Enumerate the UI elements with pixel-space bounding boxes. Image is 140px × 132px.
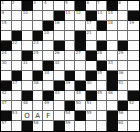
white-cell[interactable] — [43, 51, 54, 61]
black-cell — [128, 91, 139, 101]
white-cell[interactable]: 21 — [86, 31, 97, 41]
clue-number: 39 — [65, 81, 70, 85]
clue-number: 10 — [23, 11, 28, 15]
black-cell — [118, 101, 129, 111]
clue-number: 45 — [97, 91, 102, 95]
white-cell[interactable] — [97, 31, 108, 41]
black-cell — [1, 41, 12, 51]
white-cell[interactable] — [86, 61, 97, 71]
white-cell[interactable]: 39 — [65, 81, 76, 91]
white-cell[interactable] — [1, 31, 12, 41]
white-cell[interactable]: 36 — [118, 71, 129, 81]
white-cell[interactable] — [54, 31, 65, 41]
white-cell[interactable]: 57 — [1, 121, 12, 131]
black-cell — [22, 121, 33, 131]
white-cell[interactable]: F — [43, 111, 54, 121]
black-cell — [65, 101, 76, 111]
white-cell[interactable] — [75, 21, 86, 31]
white-cell[interactable] — [97, 81, 108, 91]
clue-number: 11 — [65, 11, 70, 15]
white-cell[interactable]: 4 — [43, 1, 54, 11]
clue-number: 56 — [118, 111, 123, 115]
clue-number: 1 — [2, 1, 5, 5]
clue-number: 20 — [44, 31, 49, 35]
clue-number: 15 — [2, 21, 7, 25]
white-cell[interactable] — [33, 91, 44, 101]
white-cell[interactable]: 14 — [107, 11, 118, 21]
clue-number: 40 — [86, 81, 91, 85]
black-cell — [54, 41, 65, 51]
white-cell[interactable]: 17 — [86, 21, 97, 31]
white-cell[interactable] — [12, 61, 23, 71]
white-cell[interactable] — [97, 111, 108, 121]
white-cell[interactable]: 23 — [33, 41, 44, 51]
white-cell[interactable] — [65, 31, 76, 41]
clue-number: 22 — [12, 41, 17, 45]
black-cell — [107, 1, 118, 11]
white-cell[interactable] — [65, 41, 76, 51]
white-cell[interactable]: 15 — [1, 21, 12, 31]
clue-number: 4 — [44, 1, 47, 5]
white-cell[interactable] — [128, 81, 139, 91]
cell-letter: A — [33, 113, 43, 120]
white-cell[interactable]: 42 — [1, 91, 12, 101]
clue-number: 49 — [44, 101, 49, 105]
white-cell[interactable] — [65, 51, 76, 61]
white-cell[interactable]: 24 — [1, 51, 12, 61]
clue-number: 31 — [23, 61, 28, 65]
white-cell[interactable] — [97, 101, 108, 111]
white-cell[interactable] — [128, 61, 139, 71]
white-cell[interactable] — [33, 61, 44, 71]
white-cell[interactable]: 53 — [12, 111, 23, 121]
white-cell[interactable]: 41 — [118, 81, 129, 91]
black-cell — [43, 61, 54, 71]
white-cell[interactable] — [128, 111, 139, 121]
white-cell[interactable]: 22 — [12, 41, 23, 51]
white-cell[interactable]: 48 — [22, 101, 33, 111]
white-cell[interactable] — [65, 61, 76, 71]
black-cell — [33, 71, 44, 81]
black-cell — [75, 41, 86, 51]
black-cell — [65, 71, 76, 81]
white-cell[interactable]: 56 — [118, 111, 129, 121]
white-cell[interactable]: 47 — [1, 101, 12, 111]
clue-number: 16 — [55, 21, 60, 25]
white-cell[interactable]: 30 — [1, 61, 12, 71]
white-cell[interactable]: 32 — [54, 61, 65, 71]
white-cell[interactable] — [54, 1, 65, 11]
black-cell — [54, 81, 65, 91]
white-cell[interactable]: 40 — [86, 81, 97, 91]
clue-number: 26 — [55, 51, 60, 55]
white-cell[interactable]: 19 — [128, 21, 139, 31]
white-cell[interactable]: 60 — [118, 121, 129, 131]
white-cell[interactable]: 58 — [33, 121, 44, 131]
white-cell[interactable]: 59 — [65, 121, 76, 131]
black-cell — [75, 1, 86, 11]
black-cell — [12, 31, 23, 41]
clue-number: 5 — [65, 1, 68, 5]
clue-number: 42 — [2, 91, 7, 95]
white-cell[interactable]: 16 — [54, 21, 65, 31]
white-cell[interactable] — [12, 11, 23, 21]
white-cell[interactable] — [54, 111, 65, 121]
clue-number: 14 — [108, 11, 113, 15]
black-cell — [54, 121, 65, 131]
white-cell[interactable]: 34 — [43, 71, 54, 81]
black-cell — [128, 11, 139, 21]
white-cell[interactable]: 13 — [97, 11, 108, 21]
white-cell[interactable]: 38 — [33, 81, 44, 91]
clue-number: 46 — [108, 91, 113, 95]
white-cell[interactable]: 25 — [33, 51, 44, 61]
white-cell[interactable]: 12 — [75, 11, 86, 21]
white-cell[interactable]: 11 — [65, 11, 76, 21]
white-cell[interactable] — [33, 21, 44, 31]
white-cell[interactable] — [12, 51, 23, 61]
black-cell — [12, 71, 23, 81]
clue-number: 30 — [2, 61, 7, 65]
white-cell[interactable] — [43, 121, 54, 131]
white-cell[interactable] — [97, 121, 108, 131]
white-cell[interactable] — [33, 101, 44, 111]
clue-number: 19 — [129, 21, 134, 25]
black-cell — [97, 21, 108, 31]
white-cell[interactable] — [107, 41, 118, 51]
white-cell[interactable] — [65, 91, 76, 101]
black-cell — [107, 71, 118, 81]
white-cell[interactable] — [33, 11, 44, 21]
black-cell — [22, 91, 33, 101]
clue-number: 29 — [118, 51, 123, 55]
clue-number: 52 — [129, 101, 134, 105]
black-cell — [97, 41, 108, 51]
black-cell — [75, 111, 86, 121]
white-cell[interactable] — [1, 71, 12, 81]
white-cell[interactable]: 35 — [97, 71, 108, 81]
clue-number: 51 — [86, 101, 91, 105]
black-cell — [43, 21, 54, 31]
clue-number: 37 — [12, 81, 17, 85]
white-cell[interactable] — [86, 41, 97, 51]
white-cell[interactable] — [118, 21, 129, 31]
white-cell[interactable] — [75, 71, 86, 81]
clue-number: 50 — [76, 101, 81, 105]
black-cell — [97, 61, 108, 71]
clue-number: 36 — [118, 71, 123, 75]
white-cell[interactable]: A — [33, 111, 44, 121]
white-cell[interactable]: 3 — [33, 1, 44, 11]
white-cell[interactable] — [65, 21, 76, 31]
clue-number: 43 — [55, 91, 60, 95]
white-cell[interactable]: 33 — [107, 61, 118, 71]
white-cell[interactable]: 20 — [43, 31, 54, 41]
white-cell[interactable] — [118, 31, 129, 41]
white-cell[interactable]: 5 — [65, 1, 76, 11]
white-cell[interactable] — [86, 121, 97, 131]
clue-number: 57 — [2, 121, 7, 125]
white-cell[interactable]: 9 — [1, 11, 12, 21]
black-cell — [107, 121, 118, 131]
white-cell[interactable]: 6 — [86, 1, 97, 11]
black-cell — [22, 1, 33, 11]
white-cell[interactable] — [118, 61, 129, 71]
black-cell — [1, 81, 12, 91]
clue-number: 38 — [33, 81, 38, 85]
white-cell[interactable] — [107, 31, 118, 41]
black-cell — [75, 81, 86, 91]
clue-number: 41 — [118, 81, 123, 85]
clue-number: 54 — [65, 111, 70, 115]
black-cell — [43, 91, 54, 101]
white-cell[interactable]: 28 — [97, 51, 108, 61]
clue-number: 9 — [2, 11, 5, 15]
white-cell[interactable]: 2 — [12, 1, 23, 11]
white-cell[interactable]: 7 — [97, 1, 108, 11]
white-cell[interactable] — [22, 31, 33, 41]
clue-number: 60 — [118, 121, 123, 125]
crossword-grid: 1234567891011121314151617181920212223242… — [0, 0, 140, 132]
white-cell[interactable] — [128, 71, 139, 81]
clue-number: 2 — [12, 1, 15, 5]
white-cell[interactable]: 55 — [86, 111, 97, 121]
white-cell[interactable] — [118, 91, 129, 101]
black-cell — [107, 111, 118, 121]
clue-number: 48 — [23, 101, 28, 105]
clue-number: 27 — [76, 51, 81, 55]
cell-letter: O — [22, 113, 32, 120]
clue-number: 6 — [86, 1, 89, 5]
white-cell[interactable] — [22, 71, 33, 81]
white-cell[interactable]: 46 — [107, 91, 118, 101]
black-cell — [54, 11, 65, 21]
clue-number: 18 — [108, 21, 113, 25]
white-cell[interactable] — [128, 51, 139, 61]
white-cell[interactable] — [43, 41, 54, 51]
clue-number: 55 — [86, 111, 91, 115]
clue-number: 21 — [86, 31, 91, 35]
clue-number: 17 — [86, 21, 91, 25]
white-cell[interactable]: 45 — [97, 91, 108, 101]
clue-number: 7 — [97, 1, 100, 5]
clue-number: 28 — [97, 51, 102, 55]
clue-number: 58 — [33, 121, 38, 125]
white-cell[interactable] — [22, 41, 33, 51]
white-cell[interactable]: 50 — [75, 101, 86, 111]
black-cell — [1, 111, 12, 121]
white-cell[interactable] — [128, 121, 139, 131]
white-cell[interactable] — [75, 61, 86, 71]
cell-letter: F — [43, 113, 53, 120]
white-cell[interactable] — [107, 51, 118, 61]
white-cell[interactable]: 54 — [65, 111, 76, 121]
white-cell[interactable]: 8 — [118, 1, 129, 11]
black-cell — [118, 41, 129, 51]
clue-number: 35 — [97, 71, 102, 75]
black-cell — [86, 91, 97, 101]
white-cell[interactable] — [128, 41, 139, 51]
white-cell[interactable] — [43, 11, 54, 21]
black-cell — [33, 31, 44, 41]
white-cell[interactable]: 31 — [22, 61, 33, 71]
white-cell[interactable]: 27 — [75, 51, 86, 61]
white-cell[interactable] — [128, 1, 139, 11]
white-cell[interactable] — [22, 21, 33, 31]
white-cell[interactable]: 51 — [86, 101, 97, 111]
white-cell[interactable] — [128, 31, 139, 41]
white-cell[interactable]: 37 — [12, 81, 23, 91]
clue-number: 47 — [2, 101, 7, 105]
white-cell[interactable] — [12, 21, 23, 31]
white-cell[interactable] — [54, 101, 65, 111]
black-cell — [75, 31, 86, 41]
black-cell — [86, 71, 97, 81]
white-cell[interactable] — [75, 121, 86, 131]
white-cell[interactable] — [12, 121, 23, 131]
black-cell — [107, 81, 118, 91]
white-cell[interactable] — [12, 101, 23, 111]
white-cell[interactable]: 26 — [54, 51, 65, 61]
white-cell[interactable]: 52 — [128, 101, 139, 111]
white-cell[interactable] — [43, 81, 54, 91]
white-cell[interactable]: 10 — [22, 11, 33, 21]
white-cell[interactable]: 18 — [107, 21, 118, 31]
clue-number: 24 — [2, 51, 7, 55]
clue-number: 3 — [33, 1, 36, 5]
clue-number: 44 — [76, 91, 81, 95]
white-cell[interactable]: 43 — [54, 91, 65, 101]
white-cell[interactable]: 49 — [43, 101, 54, 111]
clue-number: 53 — [12, 111, 17, 115]
white-cell[interactable]: 44 — [75, 91, 86, 101]
white-cell[interactable] — [118, 11, 129, 21]
black-cell — [22, 51, 33, 61]
white-cell[interactable] — [22, 81, 33, 91]
clue-number: 13 — [97, 11, 102, 15]
white-cell[interactable]: 29 — [118, 51, 129, 61]
white-cell[interactable] — [12, 91, 23, 101]
white-cell[interactable] — [107, 101, 118, 111]
clue-number: 34 — [44, 71, 49, 75]
clue-number: 23 — [33, 41, 38, 45]
clue-number: 12 — [76, 11, 81, 15]
white-cell[interactable]: O — [22, 111, 33, 121]
clue-number: 25 — [33, 51, 38, 55]
black-cell — [86, 11, 97, 21]
clue-number: 8 — [118, 1, 121, 5]
clue-number: 33 — [108, 61, 113, 65]
white-cell[interactable] — [54, 71, 65, 81]
black-cell — [86, 51, 97, 61]
white-cell[interactable]: 1 — [1, 1, 12, 11]
clue-number: 59 — [65, 121, 70, 125]
clue-number: 32 — [55, 61, 60, 65]
